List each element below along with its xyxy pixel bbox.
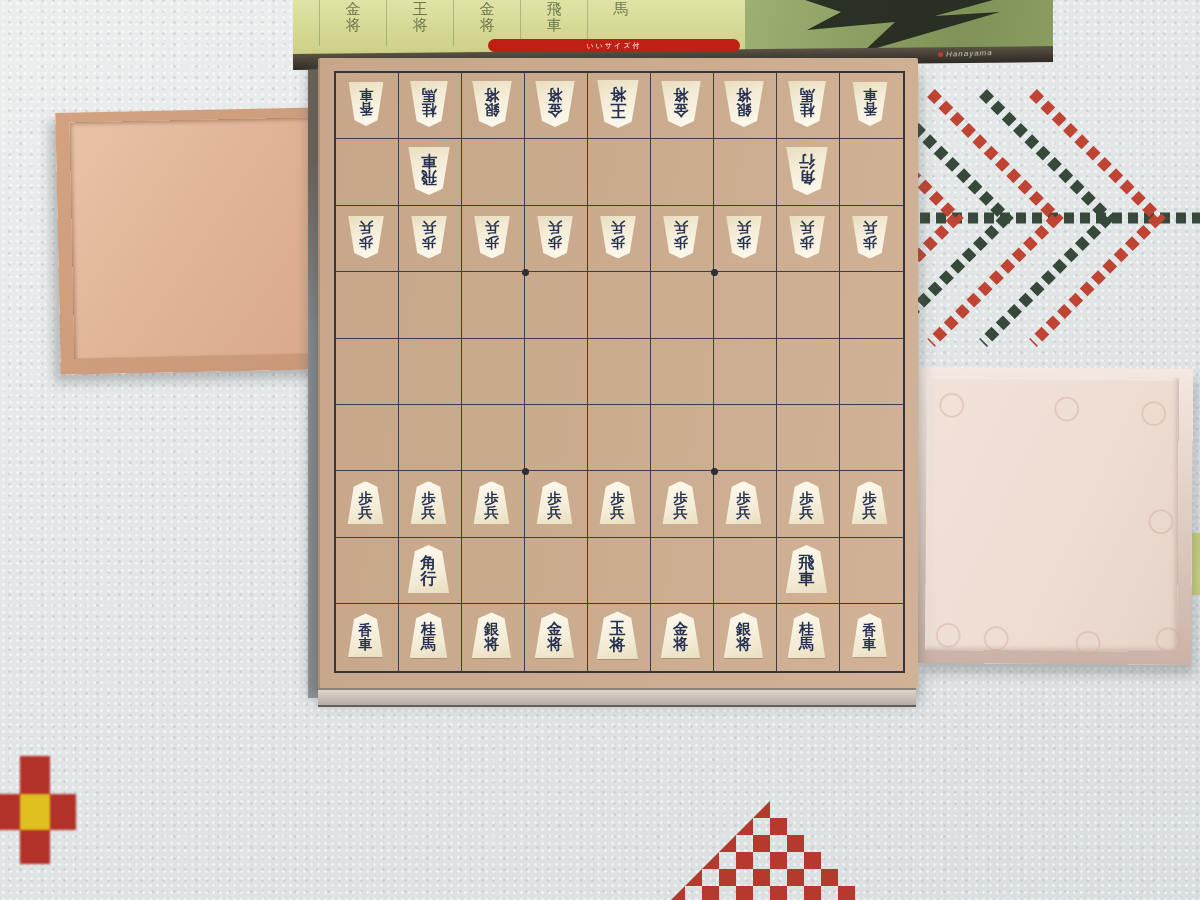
shogi-piece-歩兵[interactable]: 歩兵: [851, 216, 889, 259]
blanket-cross-center: [20, 794, 50, 830]
shogi-piece-歩兵[interactable]: 歩兵: [788, 481, 826, 524]
mold-mark: [939, 392, 965, 418]
brand-text: Hanayama: [946, 48, 993, 59]
shogi-piece-歩兵[interactable]: 歩兵: [725, 481, 763, 524]
photo-scene: 金将王将金将飛車馬 いいサイズ付 Hanayama 香車桂馬銀将金将王将金将銀将…: [0, 0, 1200, 900]
shogi-piece-角行[interactable]: 角行: [407, 545, 451, 593]
pieces-layer: 香車桂馬銀将金将王将金将銀将桂馬香車飛車角行歩兵歩兵歩兵歩兵歩兵歩兵歩兵歩兵歩兵…: [334, 71, 901, 669]
shogi-piece-桂馬[interactable]: 桂馬: [409, 612, 449, 658]
shogi-piece-歩兵[interactable]: 歩兵: [851, 481, 889, 524]
mold-mark: [935, 622, 961, 648]
shogi-piece-桂馬[interactable]: 桂馬: [409, 81, 449, 127]
box-kanji: 金将: [319, 0, 386, 46]
shogi-piece-歩兵[interactable]: 歩兵: [410, 481, 448, 524]
shogi-piece-歩兵[interactable]: 歩兵: [662, 481, 700, 524]
board-front-edge: [318, 688, 916, 707]
shogi-piece-歩兵[interactable]: 歩兵: [725, 216, 763, 259]
shogi-piece-歩兵[interactable]: 歩兵: [410, 216, 448, 259]
brand-logo-icon: [938, 51, 943, 56]
blanket-chevron-pattern: [880, 80, 1200, 370]
box-kanji: 王将: [386, 0, 453, 46]
shogi-piece-銀将[interactable]: 銀将: [471, 612, 513, 658]
shogi-piece-金将[interactable]: 金将: [534, 81, 576, 127]
shogi-piece-角行[interactable]: 角行: [785, 147, 829, 195]
shogi-piece-歩兵[interactable]: 歩兵: [788, 216, 826, 259]
shogi-piece-玉将[interactable]: 玉将: [596, 611, 640, 659]
mold-mark: [1155, 627, 1181, 653]
shogi-piece-歩兵[interactable]: 歩兵: [347, 481, 385, 524]
shogi-piece-香車[interactable]: 香車: [347, 613, 384, 657]
piece-tray-right: [917, 367, 1193, 665]
shogi-piece-金将[interactable]: 金将: [660, 81, 702, 127]
shogi-piece-歩兵[interactable]: 歩兵: [662, 216, 700, 259]
box-edge-sliver: [1192, 533, 1200, 595]
shogi-piece-銀将[interactable]: 銀将: [471, 81, 513, 127]
shogi-piece-歩兵[interactable]: 歩兵: [473, 216, 511, 259]
shogi-piece-金将[interactable]: 金将: [534, 612, 576, 658]
shogi-piece-王将[interactable]: 王将: [596, 80, 640, 128]
shogi-piece-桂馬[interactable]: 桂馬: [787, 612, 827, 658]
shogi-piece-香車[interactable]: 香車: [851, 613, 888, 657]
mold-mark: [1141, 401, 1167, 427]
shogi-board: 香車桂馬銀将金将王将金将銀将桂馬香車飛車角行歩兵歩兵歩兵歩兵歩兵歩兵歩兵歩兵歩兵…: [318, 58, 918, 688]
shogi-piece-桂馬[interactable]: 桂馬: [787, 81, 827, 127]
shogi-piece-歩兵[interactable]: 歩兵: [347, 216, 385, 259]
box-red-label: いいサイズ付: [488, 39, 740, 52]
shogi-piece-歩兵[interactable]: 歩兵: [599, 216, 637, 259]
shogi-piece-銀将[interactable]: 銀将: [723, 81, 765, 127]
mold-mark: [1054, 396, 1080, 422]
shogi-piece-歩兵[interactable]: 歩兵: [599, 481, 637, 524]
shogi-piece-銀将[interactable]: 銀将: [723, 612, 765, 658]
piece-tray-left: [55, 107, 336, 375]
shogi-piece-金将[interactable]: 金将: [660, 612, 702, 658]
shogi-piece-歩兵[interactable]: 歩兵: [536, 481, 574, 524]
blanket-diamond-pattern: [668, 801, 872, 900]
mold-mark: [983, 626, 1009, 652]
mold-mark: [1148, 509, 1174, 535]
mold-mark: [1075, 630, 1101, 656]
shogi-piece-飛車[interactable]: 飛車: [785, 545, 829, 593]
shogi-piece-香車[interactable]: 香車: [851, 82, 888, 126]
shogi-piece-香車[interactable]: 香車: [347, 82, 384, 126]
shogi-piece-歩兵[interactable]: 歩兵: [536, 216, 574, 259]
shogi-piece-歩兵[interactable]: 歩兵: [473, 481, 511, 524]
shogi-piece-飛車[interactable]: 飛車: [407, 147, 451, 195]
